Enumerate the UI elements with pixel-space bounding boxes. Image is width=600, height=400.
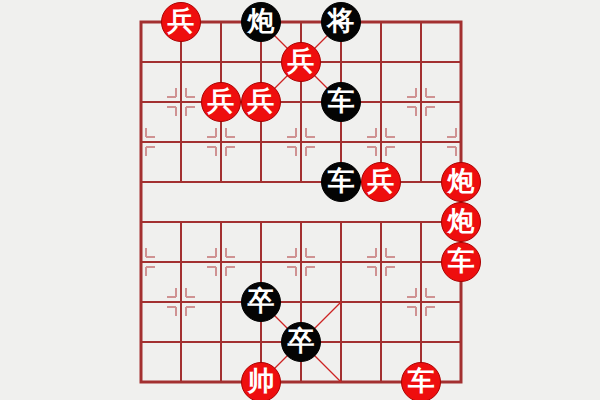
piece-red-chariot[interactable]: 车 — [441, 242, 481, 282]
piece-red-soldier[interactable]: 兵 — [241, 82, 281, 122]
piece-red-general[interactable]: 帅 — [241, 362, 281, 400]
piece-red-soldier[interactable]: 兵 — [201, 82, 241, 122]
piece-glyph: 炮 — [248, 8, 275, 35]
piece-black-chariot[interactable]: 车 — [321, 162, 361, 202]
piece-red-soldier[interactable]: 兵 — [281, 42, 321, 82]
piece-red-chariot[interactable]: 车 — [401, 362, 441, 400]
piece-glyph: 炮 — [448, 168, 475, 195]
piece-glyph: 兵 — [368, 168, 395, 195]
piece-black-soldier[interactable]: 卒 — [281, 322, 321, 362]
piece-red-soldier[interactable]: 兵 — [161, 2, 201, 42]
piece-black-chariot[interactable]: 车 — [321, 82, 361, 122]
piece-glyph: 车 — [448, 248, 475, 275]
piece-red-cannon[interactable]: 炮 — [441, 162, 481, 202]
xiangqi-board-area: 兵炮将兵兵兵车车兵炮炮车卒卒帅车 — [0, 0, 600, 400]
piece-glyph: 兵 — [288, 48, 315, 75]
piece-red-cannon[interactable]: 炮 — [441, 202, 481, 242]
piece-red-soldier[interactable]: 兵 — [361, 162, 401, 202]
piece-glyph: 兵 — [248, 88, 275, 115]
piece-glyph: 车 — [328, 88, 355, 115]
piece-glyph: 兵 — [168, 8, 195, 35]
piece-glyph: 卒 — [248, 288, 275, 315]
piece-glyph: 车 — [408, 368, 435, 395]
piece-glyph: 炮 — [448, 208, 475, 235]
piece-glyph: 兵 — [208, 88, 235, 115]
piece-black-cannon[interactable]: 炮 — [241, 2, 281, 42]
piece-glyph: 帅 — [248, 368, 275, 395]
piece-black-soldier[interactable]: 卒 — [241, 282, 281, 322]
piece-black-general[interactable]: 将 — [321, 2, 361, 42]
piece-glyph: 将 — [328, 8, 355, 35]
piece-glyph: 车 — [328, 168, 355, 195]
piece-glyph: 卒 — [288, 328, 315, 355]
piece-layer: 兵炮将兵兵兵车车兵炮炮车卒卒帅车 — [121, 2, 481, 400]
